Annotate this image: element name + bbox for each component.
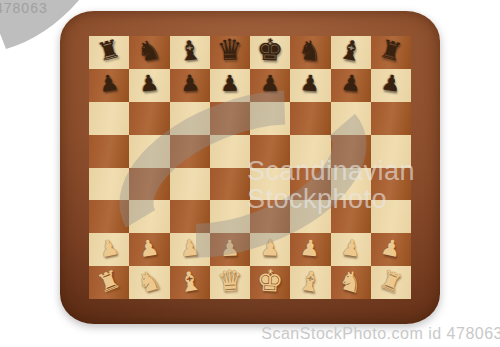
square-e7: ♟ [250, 69, 290, 102]
square-f8: ♞ [290, 36, 330, 69]
square-f2: ♟ [290, 233, 330, 266]
watermark-brand-line1: Scandinavian [247, 158, 415, 186]
black-king-e8: ♚ [256, 35, 284, 66]
square-a5 [89, 135, 129, 168]
black-pawn-d7: ♟ [220, 73, 240, 95]
square-c5 [170, 135, 210, 168]
white-pawn-e2: ♟ [260, 237, 280, 260]
square-b4 [129, 168, 169, 201]
white-knight-g1: ♞ [335, 265, 365, 297]
square-d6 [210, 102, 250, 135]
white-pawn-a2: ♟ [97, 235, 121, 261]
square-a4 [89, 168, 129, 201]
square-d1: ♛ [210, 266, 250, 299]
square-b5 [129, 135, 169, 168]
square-b7: ♟ [129, 69, 169, 102]
white-pawn-g2: ♟ [339, 236, 362, 261]
square-g6 [331, 102, 371, 135]
black-pawn-b7: ♟ [138, 72, 160, 96]
square-a2: ♟ [89, 233, 129, 266]
square-h6 [371, 102, 411, 135]
square-b6 [129, 102, 169, 135]
square-c7: ♟ [170, 69, 210, 102]
square-h7: ♟ [371, 69, 411, 102]
black-pawn-f7: ♟ [300, 72, 321, 95]
square-c8: ♝ [170, 36, 210, 69]
white-bishop-f1: ♝ [296, 266, 324, 296]
black-pawn-e7: ♟ [260, 73, 280, 95]
square-f1: ♝ [290, 266, 330, 299]
black-rook-a8: ♜ [95, 36, 123, 66]
square-e1: ♚ [250, 266, 290, 299]
square-c4 [170, 168, 210, 201]
square-a6 [89, 102, 129, 135]
watermark-credit: ScanStockPhoto.com id 478063 [261, 325, 500, 343]
square-a8: ♜ [89, 36, 129, 69]
square-d8: ♛ [210, 36, 250, 69]
white-pawn-c2: ♟ [179, 236, 201, 260]
watermark-id-number: 478063 [0, 0, 48, 16]
square-g8: ♝ [331, 36, 371, 69]
white-queen-d1: ♛ [216, 266, 243, 296]
black-knight-b8: ♞ [135, 35, 164, 66]
black-rook-h8: ♜ [377, 36, 405, 66]
square-f7: ♟ [290, 69, 330, 102]
square-d5 [210, 135, 250, 168]
square-b1: ♞ [129, 266, 169, 299]
square-e2: ♟ [250, 233, 290, 266]
square-a3 [89, 200, 129, 233]
square-h1: ♜ [371, 266, 411, 299]
white-rook-a1: ♜ [94, 265, 124, 296]
black-pawn-g7: ♟ [340, 72, 362, 96]
black-pawn-h7: ♟ [379, 72, 402, 97]
square-g7: ♟ [331, 69, 371, 102]
photo-canvas: ♜♞♝♛♚♞♝♜♟♟♟♟♟♟♟♟♟♟♟♟♟♟♟♟♜♞♝♛♚♝♞♜ 478063 … [0, 0, 500, 347]
square-a1: ♜ [89, 266, 129, 299]
square-f6 [290, 102, 330, 135]
white-pawn-h2: ♟ [379, 235, 403, 261]
black-queen-d8: ♛ [216, 36, 243, 66]
watermark-brand-line2: Stockphoto [247, 186, 415, 214]
white-king-e1: ♚ [256, 265, 284, 296]
square-d7: ♟ [210, 69, 250, 102]
square-b8: ♞ [129, 36, 169, 69]
square-c6 [170, 102, 210, 135]
black-knight-f8: ♞ [297, 36, 324, 65]
square-g1: ♞ [331, 266, 371, 299]
black-bishop-c8: ♝ [176, 36, 203, 65]
white-pawn-d2: ♟ [220, 237, 240, 260]
square-g2: ♟ [331, 233, 371, 266]
black-pawn-a7: ♟ [98, 72, 121, 97]
black-pawn-c7: ♟ [179, 72, 200, 95]
square-c3 [170, 200, 210, 233]
square-a7: ♟ [89, 69, 129, 102]
black-bishop-g8: ♝ [336, 35, 365, 66]
white-pawn-b2: ♟ [138, 236, 161, 261]
square-h8: ♜ [371, 36, 411, 69]
white-bishop-c1: ♝ [176, 266, 204, 296]
square-b2: ♟ [129, 233, 169, 266]
square-c2: ♟ [170, 233, 210, 266]
square-d2: ♟ [210, 233, 250, 266]
square-e8: ♚ [250, 36, 290, 69]
square-e6 [250, 102, 290, 135]
white-knight-b1: ♞ [134, 265, 164, 297]
white-pawn-f2: ♟ [300, 236, 322, 260]
square-b3 [129, 200, 169, 233]
square-d4 [210, 168, 250, 201]
square-h2: ♟ [371, 233, 411, 266]
square-d3 [210, 200, 250, 233]
watermark-brand: Scandinavian Stockphoto [247, 158, 415, 213]
square-c1: ♝ [170, 266, 210, 299]
white-rook-h1: ♜ [376, 265, 406, 296]
